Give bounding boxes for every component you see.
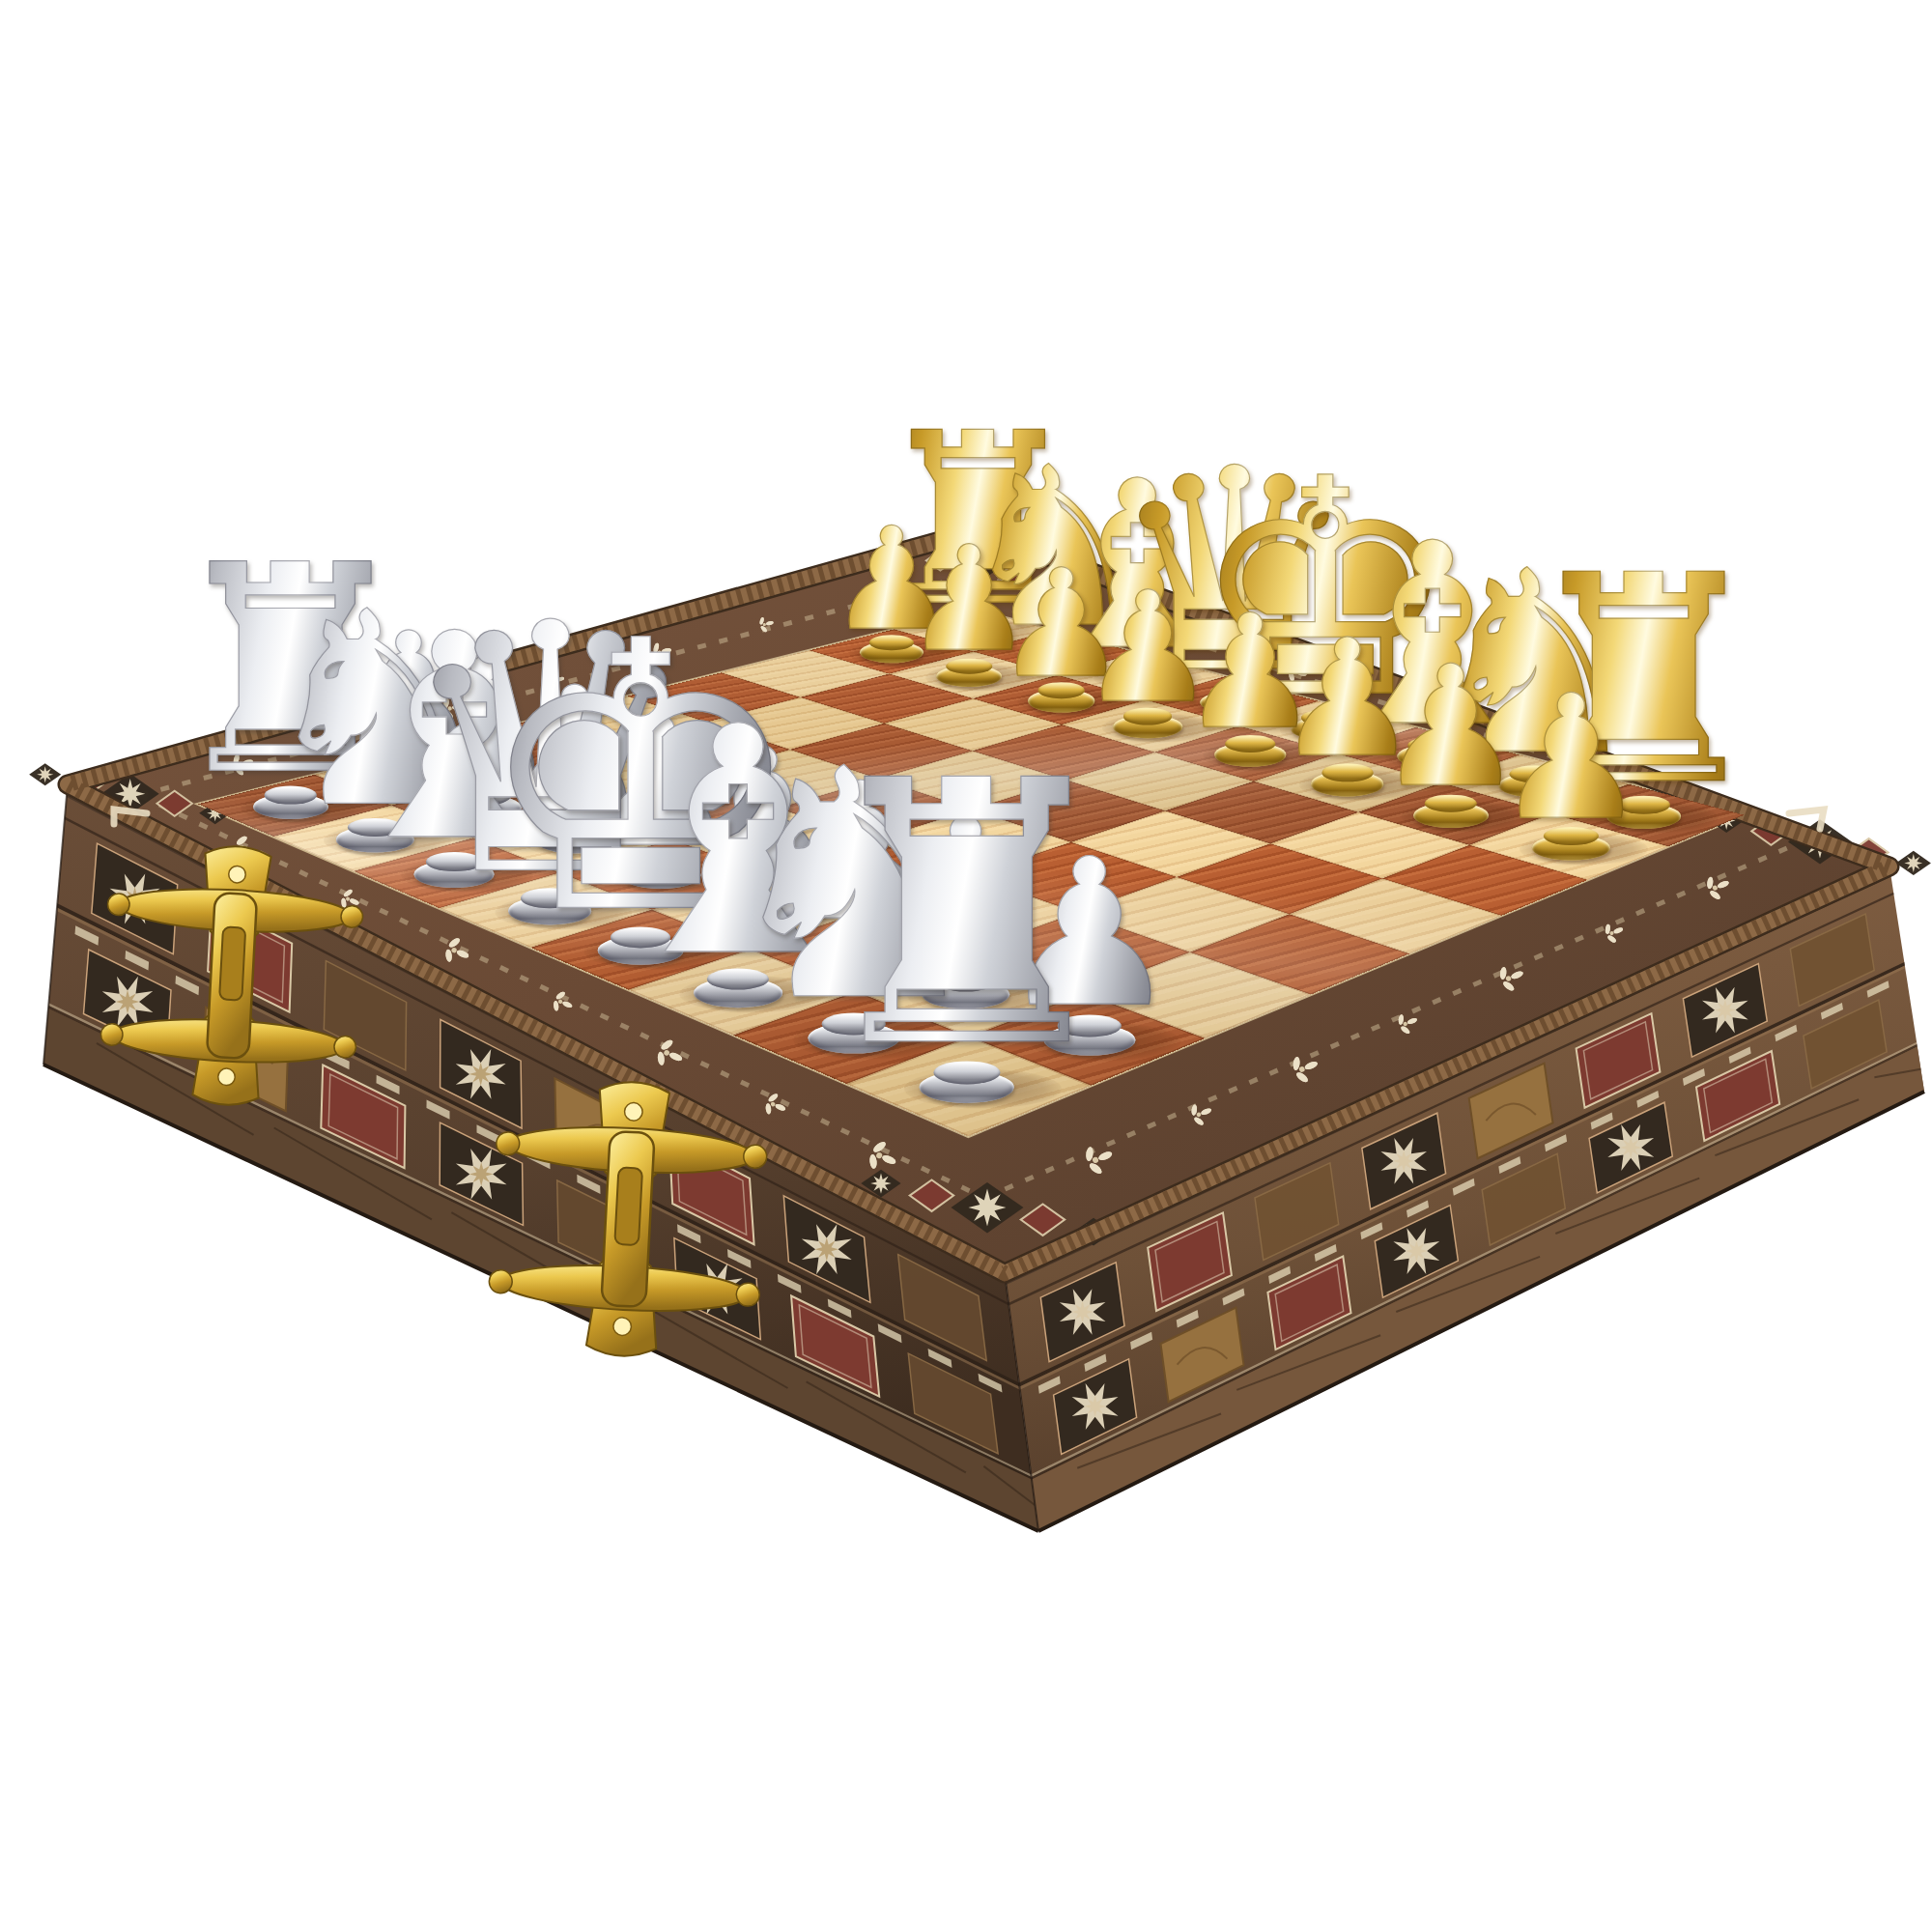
piece-glyph: ♟ bbox=[1494, 672, 1648, 844]
chess-set-photo: ♜♞♝♛♚♝♞♜♟♟♟♟♟♟♟♟♟♟♟♟♟♟♟♟♜♞♝♛♚♝♞♜ bbox=[0, 0, 1932, 1932]
piece-glyph: ♜ bbox=[805, 735, 1130, 1097]
